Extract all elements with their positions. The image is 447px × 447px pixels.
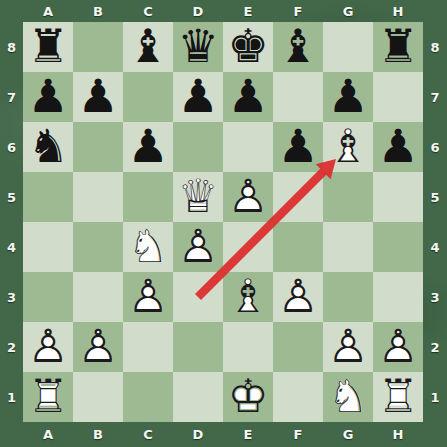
piece-black-rook[interactable]: ♖♜ (373, 22, 423, 72)
square-e1[interactable]: ♚♔ (223, 372, 273, 422)
square-h3[interactable] (373, 272, 423, 322)
square-f7[interactable] (273, 72, 323, 122)
rank-label: 2 (423, 322, 447, 372)
piece-outline: ♕ (173, 171, 223, 221)
square-d2[interactable] (173, 322, 223, 372)
piece-black-pawn[interactable]: ♙♟ (123, 122, 173, 172)
piece-fill: ♟ (173, 71, 223, 121)
square-b6[interactable] (73, 122, 123, 172)
rank-label: 1 (0, 372, 23, 422)
square-f5[interactable] (273, 172, 323, 222)
rank-label: 5 (0, 172, 23, 222)
square-g6[interactable]: ♝♗ (323, 122, 373, 172)
square-b4[interactable] (73, 222, 123, 272)
square-c2[interactable] (123, 322, 173, 372)
file-label: H (373, 422, 423, 447)
piece-white-pawn[interactable]: ♟♙ (223, 172, 273, 222)
square-g5[interactable] (323, 172, 373, 222)
file-label: A (23, 422, 73, 447)
piece-outline: ♗ (223, 271, 273, 321)
file-label: B (73, 422, 123, 447)
square-c4[interactable]: ♞♘ (123, 222, 173, 272)
square-b5[interactable] (73, 172, 123, 222)
square-b2[interactable]: ♟♙ (73, 322, 123, 372)
square-c3[interactable]: ♟♙ (123, 272, 173, 322)
piece-outline: ♙ (323, 321, 373, 371)
chessboard-frame: ABCDEFGH ABCDEFGH 87654321 87654321 ♖♜♗♝… (0, 0, 447, 447)
rank-label: 2 (0, 322, 23, 372)
board: ♖♜♗♝♕♛♔♚♗♝♖♜♙♟♙♟♙♟♙♟♙♟♘♞♙♟♙♟♝♗♙♟♛♕♟♙♞♘♟♙… (23, 22, 423, 422)
square-g4[interactable] (323, 222, 373, 272)
rank-label: 3 (423, 272, 447, 322)
file-label: C (123, 422, 173, 447)
square-g8[interactable] (323, 22, 373, 72)
piece-outline: ♘ (123, 221, 173, 271)
rank-label: 6 (423, 122, 447, 172)
square-a6[interactable]: ♘♞ (23, 122, 73, 172)
piece-black-bishop[interactable]: ♗♝ (123, 22, 173, 72)
piece-outline: ♖ (373, 371, 423, 421)
square-b1[interactable] (73, 372, 123, 422)
file-label: B (73, 0, 123, 22)
file-labels-bottom: ABCDEFGH (23, 422, 423, 447)
piece-fill: ♜ (23, 21, 73, 71)
piece-black-pawn[interactable]: ♙♟ (373, 122, 423, 172)
square-f8[interactable]: ♗♝ (273, 22, 323, 72)
piece-fill: ♝ (123, 21, 173, 71)
square-b8[interactable] (73, 22, 123, 72)
square-d1[interactable] (173, 372, 223, 422)
piece-black-pawn[interactable]: ♙♟ (223, 72, 273, 122)
piece-black-pawn[interactable]: ♙♟ (273, 122, 323, 172)
square-c6[interactable]: ♙♟ (123, 122, 173, 172)
rank-label: 5 (423, 172, 447, 222)
file-labels-top: ABCDEFGH (23, 0, 423, 22)
rank-labels-left: 87654321 (0, 22, 23, 422)
piece-fill: ♟ (23, 71, 73, 121)
square-a8[interactable]: ♖♜ (23, 22, 73, 72)
piece-fill: ♝ (273, 21, 323, 71)
square-d6[interactable] (173, 122, 223, 172)
piece-fill: ♟ (123, 121, 173, 171)
piece-black-pawn[interactable]: ♙♟ (323, 72, 373, 122)
rank-label: 6 (0, 122, 23, 172)
square-f1[interactable] (273, 372, 323, 422)
rank-label: 4 (0, 222, 23, 272)
square-c8[interactable]: ♗♝ (123, 22, 173, 72)
rank-label: 1 (423, 372, 447, 422)
rank-label: 7 (423, 72, 447, 122)
piece-outline: ♘ (323, 371, 373, 421)
square-a1[interactable]: ♜♖ (23, 372, 73, 422)
square-c5[interactable] (123, 172, 173, 222)
square-a2[interactable]: ♟♙ (23, 322, 73, 372)
rank-label: 8 (423, 22, 447, 72)
piece-outline: ♙ (223, 171, 273, 221)
file-label: D (173, 422, 223, 447)
square-h7[interactable] (373, 72, 423, 122)
piece-black-queen[interactable]: ♕♛ (173, 22, 223, 72)
piece-fill: ♟ (373, 121, 423, 171)
piece-white-rook[interactable]: ♜♖ (373, 372, 423, 422)
square-h8[interactable]: ♖♜ (373, 22, 423, 72)
square-a3[interactable] (23, 272, 73, 322)
rank-labels-right: 87654321 (423, 22, 447, 422)
piece-white-pawn[interactable]: ♟♙ (123, 272, 173, 322)
piece-white-pawn[interactable]: ♟♙ (73, 322, 123, 372)
square-d3[interactable] (173, 272, 223, 322)
piece-outline: ♙ (73, 321, 123, 371)
piece-fill: ♛ (173, 21, 223, 71)
piece-outline: ♙ (373, 321, 423, 371)
piece-outline: ♙ (23, 321, 73, 371)
piece-black-pawn[interactable]: ♙♟ (23, 72, 73, 122)
piece-white-pawn[interactable]: ♟♙ (23, 322, 73, 372)
piece-white-pawn[interactable]: ♟♙ (273, 272, 323, 322)
rank-label: 8 (0, 22, 23, 72)
file-label: E (223, 422, 273, 447)
square-e3[interactable]: ♝♗ (223, 272, 273, 322)
square-e5[interactable]: ♟♙ (223, 172, 273, 222)
piece-fill: ♟ (273, 121, 323, 171)
piece-white-queen[interactable]: ♛♕ (173, 172, 223, 222)
piece-outline: ♙ (173, 221, 223, 271)
square-b3[interactable] (73, 272, 123, 322)
square-f2[interactable] (273, 322, 323, 372)
square-g3[interactable] (323, 272, 373, 322)
piece-white-pawn[interactable]: ♟♙ (323, 322, 373, 372)
square-d5[interactable]: ♛♕ (173, 172, 223, 222)
piece-white-pawn[interactable]: ♟♙ (173, 222, 223, 272)
square-h2[interactable]: ♟♙ (373, 322, 423, 372)
rank-label: 7 (0, 72, 23, 122)
piece-outline: ♙ (273, 271, 323, 321)
piece-white-bishop[interactable]: ♝♗ (323, 122, 373, 172)
piece-outline: ♔ (223, 371, 273, 421)
piece-black-rook[interactable]: ♖♜ (23, 22, 73, 72)
piece-fill: ♟ (73, 71, 123, 121)
piece-white-bishop[interactable]: ♝♗ (223, 272, 273, 322)
file-label: G (323, 0, 373, 22)
square-h4[interactable] (373, 222, 423, 272)
square-d4[interactable]: ♟♙ (173, 222, 223, 272)
piece-white-knight[interactable]: ♞♘ (123, 222, 173, 272)
square-d7[interactable]: ♙♟ (173, 72, 223, 122)
piece-white-king[interactable]: ♚♔ (223, 372, 273, 422)
piece-fill: ♜ (373, 21, 423, 71)
rank-label: 3 (0, 272, 23, 322)
square-e7[interactable]: ♙♟ (223, 72, 273, 122)
square-h1[interactable]: ♜♖ (373, 372, 423, 422)
file-label: G (323, 422, 373, 447)
piece-fill: ♟ (223, 71, 273, 121)
square-e8[interactable]: ♔♚ (223, 22, 273, 72)
square-a5[interactable] (23, 172, 73, 222)
square-b7[interactable]: ♙♟ (73, 72, 123, 122)
square-g2[interactable]: ♟♙ (323, 322, 373, 372)
square-c7[interactable] (123, 72, 173, 122)
square-h6[interactable]: ♙♟ (373, 122, 423, 172)
square-g7[interactable]: ♙♟ (323, 72, 373, 122)
piece-outline: ♗ (323, 121, 373, 171)
square-h5[interactable] (373, 172, 423, 222)
piece-black-pawn[interactable]: ♙♟ (173, 72, 223, 122)
piece-black-pawn[interactable]: ♙♟ (73, 72, 123, 122)
square-e4[interactable] (223, 222, 273, 272)
square-d8[interactable]: ♕♛ (173, 22, 223, 72)
square-c1[interactable] (123, 372, 173, 422)
square-f6[interactable]: ♙♟ (273, 122, 323, 172)
square-e6[interactable] (223, 122, 273, 172)
piece-fill: ♟ (323, 71, 373, 121)
piece-fill: ♞ (23, 121, 73, 171)
piece-black-bishop[interactable]: ♗♝ (273, 22, 323, 72)
piece-fill: ♚ (223, 21, 273, 71)
square-a7[interactable]: ♙♟ (23, 72, 73, 122)
piece-white-pawn[interactable]: ♟♙ (373, 322, 423, 372)
piece-white-knight[interactable]: ♞♘ (323, 372, 373, 422)
piece-white-rook[interactable]: ♜♖ (23, 372, 73, 422)
square-f3[interactable]: ♟♙ (273, 272, 323, 322)
square-e2[interactable] (223, 322, 273, 372)
piece-outline: ♙ (123, 271, 173, 321)
piece-black-king[interactable]: ♔♚ (223, 22, 273, 72)
file-label: F (273, 422, 323, 447)
square-f4[interactable] (273, 222, 323, 272)
square-a4[interactable] (23, 222, 73, 272)
rank-label: 4 (423, 222, 447, 272)
piece-black-knight[interactable]: ♘♞ (23, 122, 73, 172)
piece-outline: ♖ (23, 371, 73, 421)
square-g1[interactable]: ♞♘ (323, 372, 373, 422)
